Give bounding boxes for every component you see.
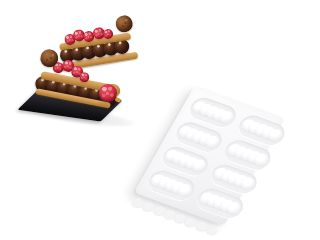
product-photo-scene: [0, 0, 320, 240]
silicone-eclair-mold: [134, 85, 285, 225]
mold-cavity-grid: [134, 85, 285, 225]
berry: [102, 28, 113, 39]
berry: [78, 71, 90, 83]
edge-bump: [205, 224, 220, 236]
